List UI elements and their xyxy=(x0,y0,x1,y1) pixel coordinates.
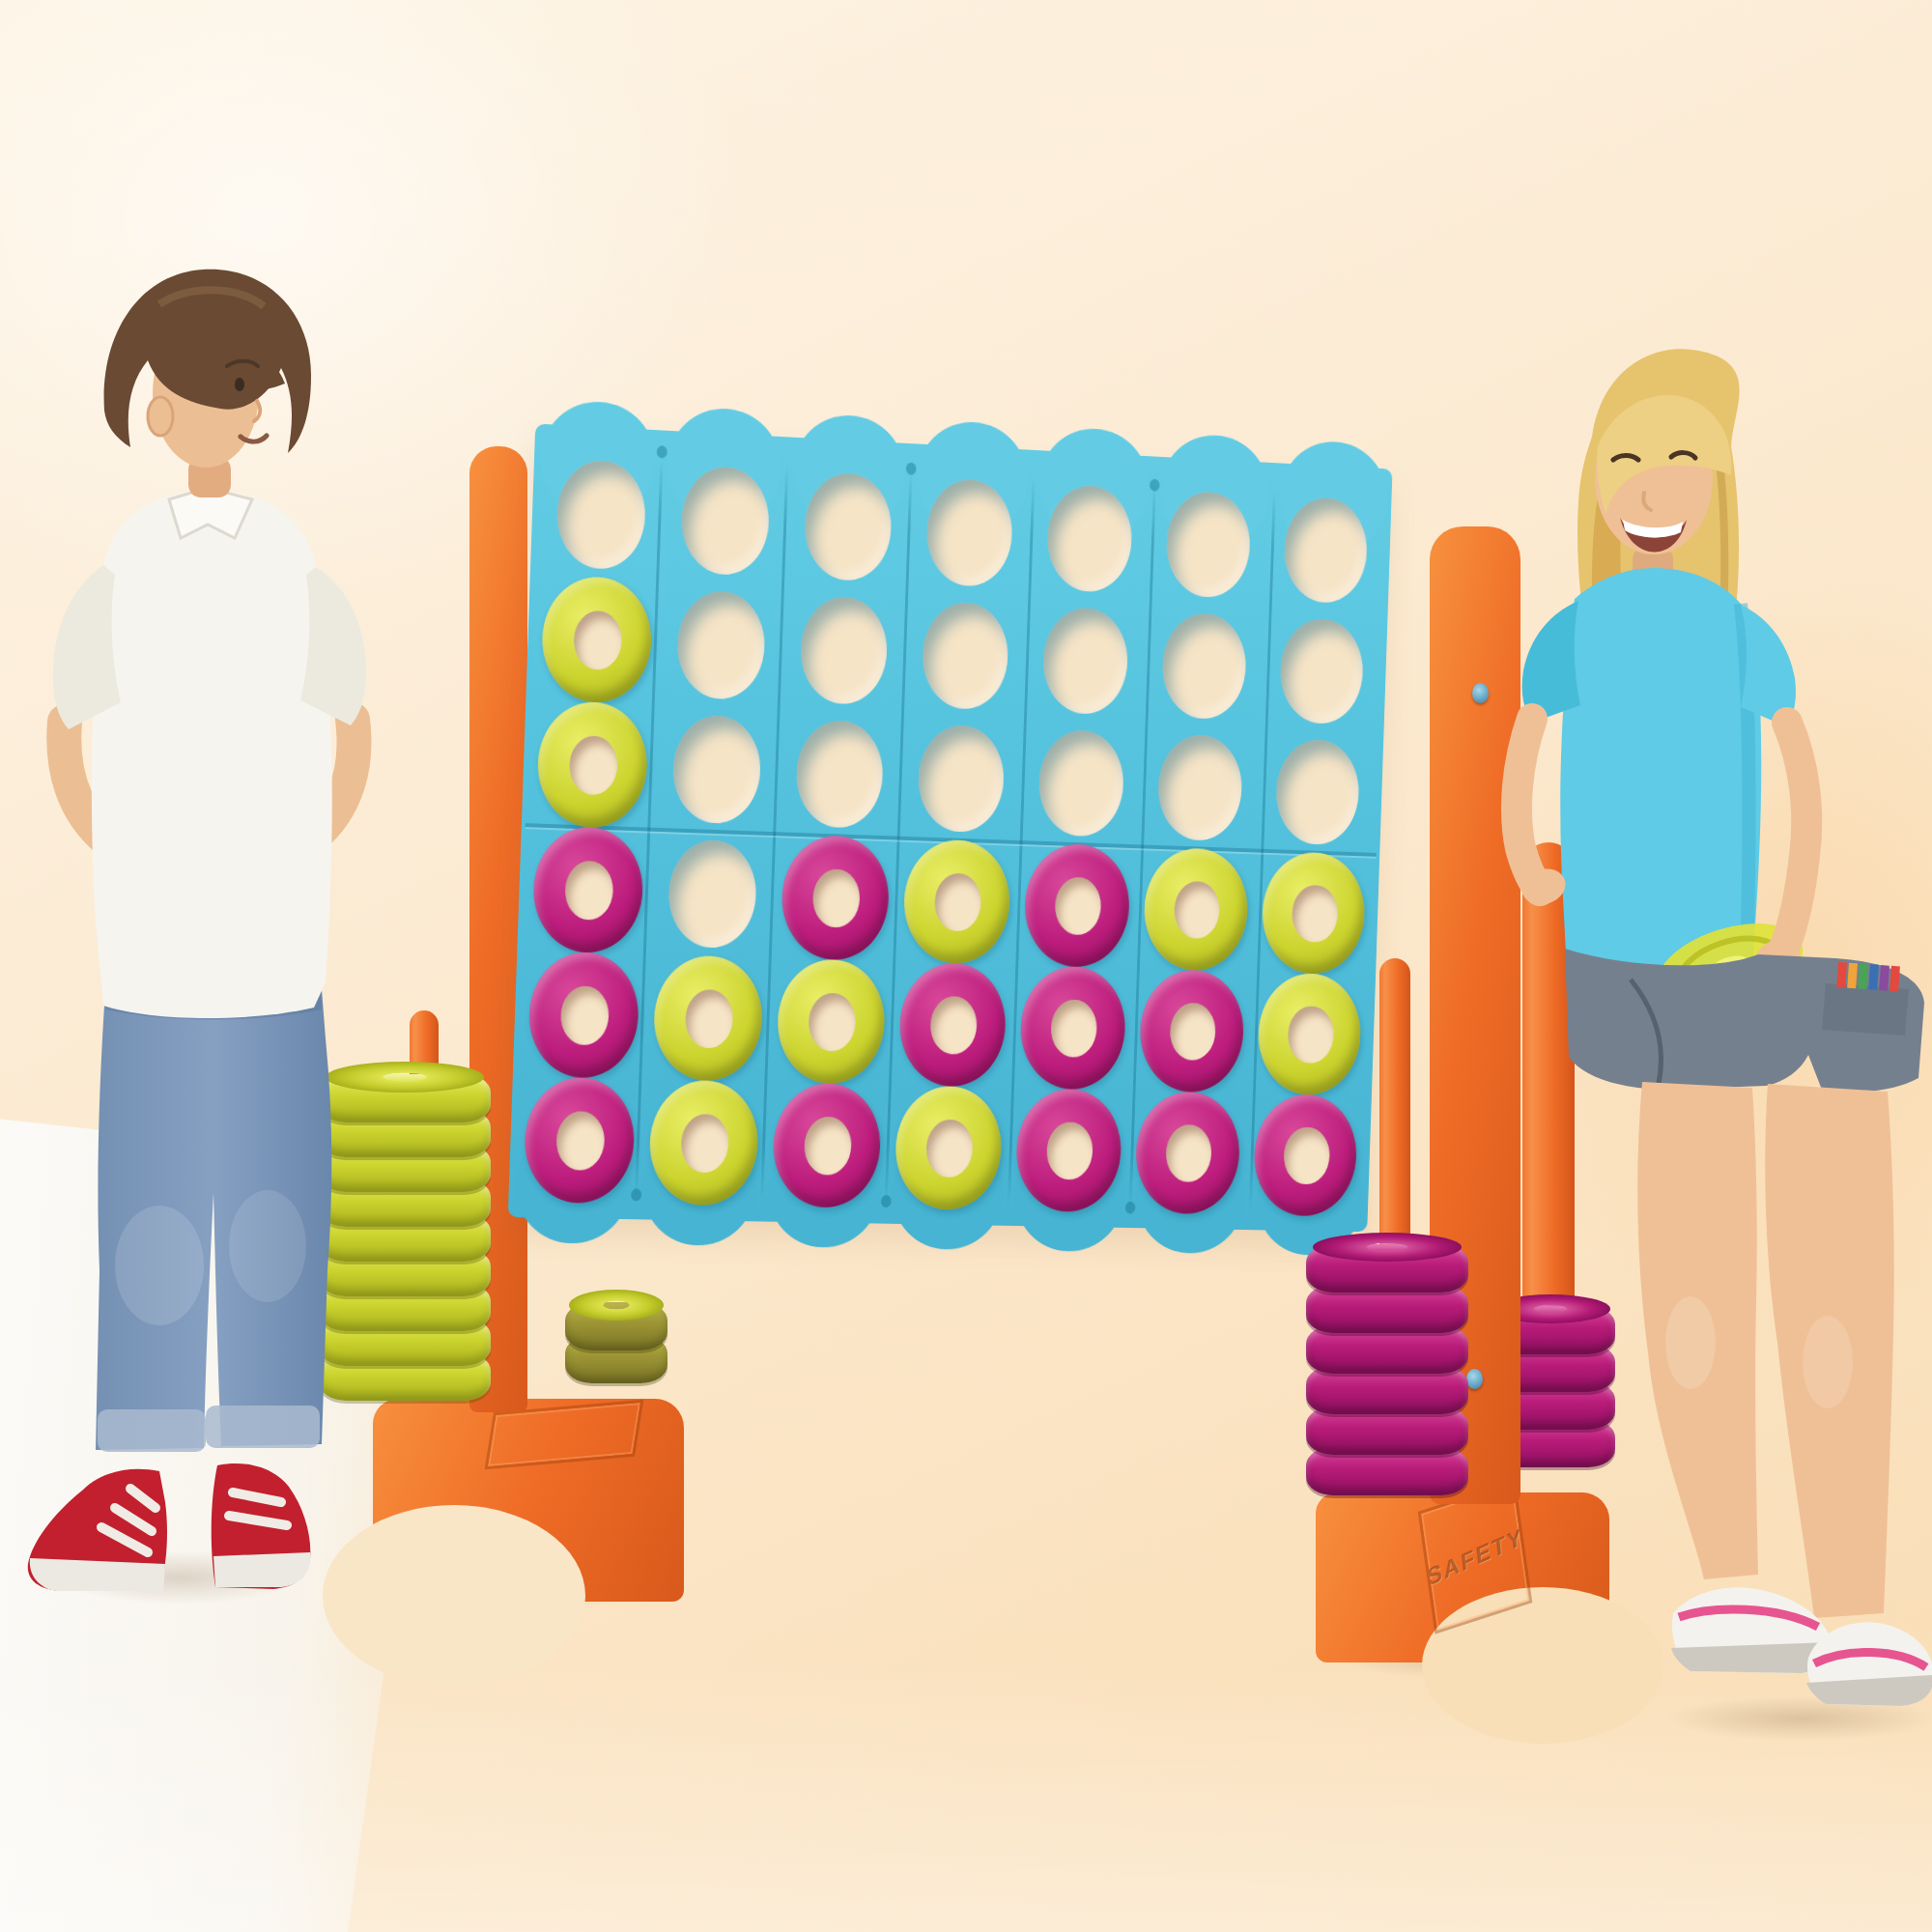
cell-r1c4 xyxy=(907,469,1032,597)
girl-tshirt xyxy=(1522,568,1796,983)
empty-hole xyxy=(1157,734,1244,842)
cell-r1c6 xyxy=(1148,481,1270,609)
empty-hole xyxy=(795,719,885,829)
cell-r6c1 xyxy=(514,1076,643,1204)
cell-r2c5 xyxy=(1024,597,1148,724)
cell-r1c3 xyxy=(784,462,911,591)
cell-r3c2 xyxy=(652,705,780,835)
cell-r3c3 xyxy=(776,710,902,838)
girl-shoes xyxy=(1671,1587,1932,1706)
cell-r1c5 xyxy=(1028,474,1151,603)
yellow-disc-stack-rear xyxy=(565,1302,668,1383)
magenta-disc xyxy=(1019,965,1127,1091)
cell-r6c6 xyxy=(1126,1091,1249,1215)
stacked-disc xyxy=(565,1302,668,1350)
yellow-disc xyxy=(894,1085,1003,1210)
cell-r5c2 xyxy=(643,954,772,1082)
empty-hole xyxy=(555,459,647,571)
empty-hole xyxy=(799,595,889,705)
empty-hole xyxy=(1283,497,1369,605)
cell-r5c7 xyxy=(1249,972,1370,1096)
cell-r2c1 xyxy=(531,575,661,705)
cell-r6c2 xyxy=(639,1079,768,1207)
cell-r1c2 xyxy=(661,455,788,585)
scene: SAFETY xyxy=(0,0,1932,1932)
connect-four-board xyxy=(508,424,1393,1233)
girl-shorts xyxy=(1565,949,1924,1093)
board-grid xyxy=(514,449,1386,1217)
empty-hole xyxy=(1279,617,1365,725)
cell-r2c4 xyxy=(902,591,1027,720)
boy-shoes xyxy=(28,1463,311,1591)
empty-hole xyxy=(675,589,766,700)
cell-r6c7 xyxy=(1245,1094,1366,1217)
empty-hole xyxy=(1161,611,1248,720)
girl-figure xyxy=(1372,319,1932,1748)
yellow-disc xyxy=(647,1079,759,1206)
magenta-disc xyxy=(1253,1094,1359,1217)
cell-r4c5 xyxy=(1015,842,1139,969)
empty-hole xyxy=(917,724,1006,834)
cell-r5c5 xyxy=(1011,965,1135,1091)
cell-r5c4 xyxy=(890,961,1015,1088)
empty-hole xyxy=(1046,484,1133,593)
empty-hole xyxy=(1165,490,1251,599)
empty-hole xyxy=(1037,729,1125,838)
magenta-disc xyxy=(1014,1088,1122,1212)
empty-hole xyxy=(680,465,771,576)
yellow-disc xyxy=(1143,847,1250,972)
cell-r2c2 xyxy=(657,581,784,710)
cell-r2c3 xyxy=(781,585,907,714)
cell-r6c5 xyxy=(1007,1088,1130,1212)
cell-r1c1 xyxy=(536,449,666,581)
magenta-disc xyxy=(523,1076,636,1204)
cell-r3c1 xyxy=(527,699,657,829)
empty-hole xyxy=(1041,607,1129,716)
cell-r4c6 xyxy=(1135,846,1258,972)
cell-r3c5 xyxy=(1019,720,1143,846)
girl-legs xyxy=(1637,1082,1894,1618)
empty-hole xyxy=(667,838,757,949)
cell-r4c3 xyxy=(772,834,898,961)
cell-r5c3 xyxy=(768,958,895,1085)
boy-head xyxy=(104,270,311,497)
yellow-disc xyxy=(1261,851,1367,976)
cell-r6c4 xyxy=(886,1085,1011,1210)
cell-r2c7 xyxy=(1262,608,1382,733)
yellow-disc xyxy=(776,958,887,1085)
empty-hole xyxy=(803,471,893,582)
empty-hole xyxy=(925,478,1013,588)
magenta-disc xyxy=(780,834,890,961)
boy-figure xyxy=(14,246,420,1618)
magenta-disc xyxy=(771,1082,882,1207)
magenta-disc xyxy=(898,962,1008,1088)
cell-r6c3 xyxy=(763,1082,890,1208)
yellow-disc xyxy=(535,700,648,830)
cell-r4c4 xyxy=(895,838,1020,965)
empty-hole xyxy=(1275,738,1361,845)
magenta-disc xyxy=(1139,969,1246,1094)
cell-r1c7 xyxy=(1265,487,1386,613)
cell-r2c6 xyxy=(1143,603,1265,729)
cell-r5c6 xyxy=(1131,969,1254,1094)
cell-r4c1 xyxy=(523,825,652,954)
empty-hole xyxy=(671,714,762,824)
boy-shirt xyxy=(53,488,366,1018)
empty-hole xyxy=(921,601,1009,710)
cell-r3c7 xyxy=(1258,729,1378,855)
yellow-disc xyxy=(902,838,1011,965)
magenta-disc xyxy=(1134,1091,1241,1214)
yellow-disc xyxy=(540,575,653,704)
magenta-disc xyxy=(526,951,639,1079)
cell-r4c2 xyxy=(648,830,777,958)
cell-r3c6 xyxy=(1139,724,1262,851)
magenta-disc xyxy=(1023,842,1131,968)
yellow-disc xyxy=(652,954,764,1082)
cell-r4c7 xyxy=(1253,851,1374,976)
magenta-disc xyxy=(531,826,644,954)
cell-r3c4 xyxy=(898,715,1024,842)
boy-jeans xyxy=(96,963,331,1452)
yellow-disc xyxy=(1257,972,1363,1095)
cell-r5c1 xyxy=(519,951,648,1079)
